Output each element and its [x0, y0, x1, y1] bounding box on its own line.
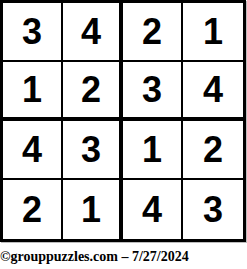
cell-r2c3: 3: [123, 62, 183, 121]
cell-digit: 2: [142, 14, 162, 50]
cell-digit: 4: [142, 192, 162, 228]
cell-r1c3: 2: [123, 3, 183, 62]
credit-line: ©grouppuzzles.com – 7/27/2024: [0, 250, 189, 264]
cell-digit: 1: [203, 14, 223, 50]
cell-digit: 4: [81, 14, 101, 50]
cell-r4c4: 3: [183, 180, 243, 239]
sudoku-board: 3 4 2 1 1 2 3 4 4 3 1 2 2 1 4 3: [0, 0, 246, 242]
cell-r1c1: 3: [3, 3, 63, 62]
cell-r4c2: 1: [63, 180, 123, 239]
cell-digit: 3: [22, 14, 42, 50]
puzzle-page: 3 4 2 1 1 2 3 4 4 3 1 2 2 1 4 3 ©grouppu…: [0, 0, 247, 269]
cell-digit: 2: [22, 192, 42, 228]
cell-digit: 4: [22, 132, 42, 168]
cell-r2c4: 4: [183, 62, 243, 121]
cell-digit: 2: [81, 72, 101, 108]
cell-digit: 3: [203, 192, 223, 228]
cell-digit: 4: [203, 72, 223, 108]
cell-r2c2: 2: [63, 62, 123, 121]
cell-r3c1: 4: [3, 121, 63, 180]
cell-digit: 3: [142, 72, 162, 108]
cell-r3c4: 2: [183, 121, 243, 180]
cell-digit: 1: [142, 132, 162, 168]
cell-r3c3: 1: [123, 121, 183, 180]
cell-digit: 3: [81, 132, 101, 168]
cell-r1c2: 4: [63, 3, 123, 62]
cell-r4c3: 4: [123, 180, 183, 239]
cell-r3c2: 3: [63, 121, 123, 180]
cell-digit: 1: [81, 192, 101, 228]
cell-r4c1: 2: [3, 180, 63, 239]
cell-digit: 2: [203, 132, 223, 168]
cell-r1c4: 1: [183, 3, 243, 62]
cell-r2c1: 1: [3, 62, 63, 121]
cell-digit: 1: [22, 72, 42, 108]
